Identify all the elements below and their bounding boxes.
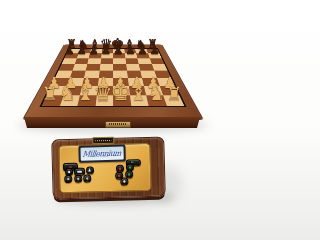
new-game-key-icon (123, 180, 125, 182)
white-bishop-f1[interactable]: ♝ (130, 83, 148, 103)
lcd-display: Millennium (78, 145, 125, 163)
info-key-icon (67, 178, 69, 180)
lcd-screen: Millennium (80, 147, 123, 161)
memory-key-icon (86, 177, 88, 179)
label-text-marks (95, 139, 111, 141)
position-key-icon: ♟ (88, 168, 92, 172)
black-key-icon (129, 166, 131, 168)
white-king-e1[interactable]: ♚ (111, 81, 132, 104)
white-bishop-c1[interactable]: ♝ (76, 83, 94, 103)
lcd-brand-text: Millennium (82, 148, 121, 158)
black-pawn-b7[interactable]: ♟ (76, 44, 86, 55)
menu-key-icon (68, 171, 70, 173)
white-knight-b1[interactable]: ♞ (59, 84, 77, 104)
mode-key-icon (77, 171, 82, 173)
white-key-icon (119, 167, 121, 169)
takeback-key-icon (118, 174, 120, 176)
black-pawn-d7[interactable]: ♟ (101, 44, 111, 55)
black-pawn-a7[interactable]: ♟ (64, 44, 74, 55)
black-pawn-c7[interactable]: ♟ (89, 44, 99, 55)
level-key-icon (77, 178, 79, 180)
black-pawn-g7[interactable]: ♟ (137, 44, 147, 55)
plaque-engraving (109, 123, 127, 125)
black-pawn-e7[interactable]: ♟ (113, 44, 123, 55)
black-pawn-h7[interactable]: ♟ (149, 44, 159, 55)
white-rook-h1[interactable]: ♜ (166, 85, 182, 103)
brand-plaque (105, 121, 131, 128)
white-rook-a1[interactable]: ♜ (42, 85, 58, 103)
forward-key-icon (128, 173, 130, 175)
white-knight-g1[interactable]: ♞ (148, 84, 166, 104)
chess-computer-console: Millennium ◄►♟ (51, 137, 164, 200)
black-pawn-f7[interactable]: ♟ (125, 44, 135, 55)
position-key[interactable]: ♟ (85, 166, 93, 174)
